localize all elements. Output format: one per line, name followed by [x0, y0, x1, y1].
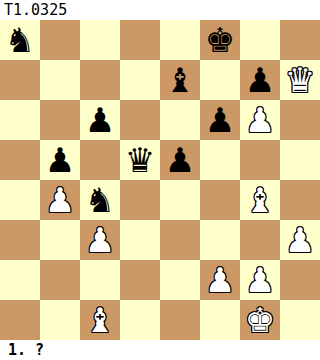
- square-b4[interactable]: ♟: [40, 180, 80, 220]
- square-e6[interactable]: [160, 100, 200, 140]
- square-d6[interactable]: [120, 100, 160, 140]
- square-b8[interactable]: [40, 20, 80, 60]
- square-d4[interactable]: [120, 180, 160, 220]
- square-c5[interactable]: [80, 140, 120, 180]
- square-g1[interactable]: ♚: [240, 300, 280, 340]
- square-f4[interactable]: [200, 180, 240, 220]
- piece-black-bishop[interactable]: ♝: [165, 60, 195, 100]
- piece-black-king[interactable]: ♚: [205, 20, 235, 60]
- square-e1[interactable]: [160, 300, 200, 340]
- square-f1[interactable]: [200, 300, 240, 340]
- square-c8[interactable]: [80, 20, 120, 60]
- square-h3[interactable]: ♟: [280, 220, 320, 260]
- square-h4[interactable]: [280, 180, 320, 220]
- square-h1[interactable]: [280, 300, 320, 340]
- piece-white-pawn[interactable]: ♟: [245, 260, 275, 300]
- square-f3[interactable]: [200, 220, 240, 260]
- piece-white-pawn[interactable]: ♟: [205, 260, 235, 300]
- square-b2[interactable]: [40, 260, 80, 300]
- square-e2[interactable]: [160, 260, 200, 300]
- square-d3[interactable]: [120, 220, 160, 260]
- footer-bar: 1. ?: [0, 340, 320, 360]
- piece-white-pawn[interactable]: ♟: [285, 220, 315, 260]
- square-g6[interactable]: ♟: [240, 100, 280, 140]
- square-f6[interactable]: ♟: [200, 100, 240, 140]
- square-c2[interactable]: [80, 260, 120, 300]
- square-c3[interactable]: ♟: [80, 220, 120, 260]
- square-h5[interactable]: [280, 140, 320, 180]
- square-b7[interactable]: [40, 60, 80, 100]
- square-e4[interactable]: [160, 180, 200, 220]
- square-g2[interactable]: ♟: [240, 260, 280, 300]
- puzzle-id: T1.0325: [4, 1, 67, 19]
- piece-black-pawn[interactable]: ♟: [85, 100, 115, 140]
- square-e7[interactable]: ♝: [160, 60, 200, 100]
- square-d2[interactable]: [120, 260, 160, 300]
- piece-white-king[interactable]: ♚: [245, 300, 275, 340]
- piece-white-bishop[interactable]: ♝: [245, 180, 275, 220]
- piece-black-queen[interactable]: ♛: [125, 140, 155, 180]
- piece-black-pawn[interactable]: ♟: [165, 140, 195, 180]
- square-a6[interactable]: [0, 100, 40, 140]
- title-bar: T1.0325: [0, 0, 320, 20]
- square-c1[interactable]: ♝: [80, 300, 120, 340]
- piece-black-knight[interactable]: ♞: [85, 180, 115, 220]
- piece-black-pawn[interactable]: ♟: [45, 140, 75, 180]
- piece-white-pawn[interactable]: ♟: [245, 100, 275, 140]
- piece-black-pawn[interactable]: ♟: [245, 60, 275, 100]
- square-d8[interactable]: [120, 20, 160, 60]
- move-prompt: 1. ?: [8, 341, 44, 359]
- square-a8[interactable]: ♞: [0, 20, 40, 60]
- square-g8[interactable]: [240, 20, 280, 60]
- square-a7[interactable]: [0, 60, 40, 100]
- square-c4[interactable]: ♞: [80, 180, 120, 220]
- square-e5[interactable]: ♟: [160, 140, 200, 180]
- square-d5[interactable]: ♛: [120, 140, 160, 180]
- square-c6[interactable]: ♟: [80, 100, 120, 140]
- square-h6[interactable]: [280, 100, 320, 140]
- square-a1[interactable]: [0, 300, 40, 340]
- chess-board: ♞♚♝♟♛♟♟♟♟♛♟♟♞♝♟♟♟♟♝♚: [0, 20, 320, 340]
- square-d1[interactable]: [120, 300, 160, 340]
- piece-white-pawn[interactable]: ♟: [45, 180, 75, 220]
- square-e3[interactable]: [160, 220, 200, 260]
- piece-white-pawn[interactable]: ♟: [85, 220, 115, 260]
- square-h2[interactable]: [280, 260, 320, 300]
- square-b5[interactable]: ♟: [40, 140, 80, 180]
- square-g7[interactable]: ♟: [240, 60, 280, 100]
- square-g4[interactable]: ♝: [240, 180, 280, 220]
- square-b6[interactable]: [40, 100, 80, 140]
- chess-puzzle-page: T1.0325 ♞♚♝♟♛♟♟♟♟♛♟♟♞♝♟♟♟♟♝♚ 1. ?: [0, 0, 320, 360]
- square-f7[interactable]: [200, 60, 240, 100]
- square-a4[interactable]: [0, 180, 40, 220]
- square-h7[interactable]: ♛: [280, 60, 320, 100]
- square-f5[interactable]: [200, 140, 240, 180]
- square-g3[interactable]: [240, 220, 280, 260]
- square-g5[interactable]: [240, 140, 280, 180]
- piece-white-bishop[interactable]: ♝: [85, 300, 115, 340]
- square-f8[interactable]: ♚: [200, 20, 240, 60]
- square-h8[interactable]: [280, 20, 320, 60]
- square-b3[interactable]: [40, 220, 80, 260]
- square-c7[interactable]: [80, 60, 120, 100]
- piece-black-knight[interactable]: ♞: [5, 20, 35, 60]
- square-a2[interactable]: [0, 260, 40, 300]
- square-d7[interactable]: [120, 60, 160, 100]
- square-b1[interactable]: [40, 300, 80, 340]
- square-a3[interactable]: [0, 220, 40, 260]
- piece-white-queen[interactable]: ♛: [285, 60, 315, 100]
- square-a5[interactable]: [0, 140, 40, 180]
- square-e8[interactable]: [160, 20, 200, 60]
- piece-black-pawn[interactable]: ♟: [205, 100, 235, 140]
- square-f2[interactable]: ♟: [200, 260, 240, 300]
